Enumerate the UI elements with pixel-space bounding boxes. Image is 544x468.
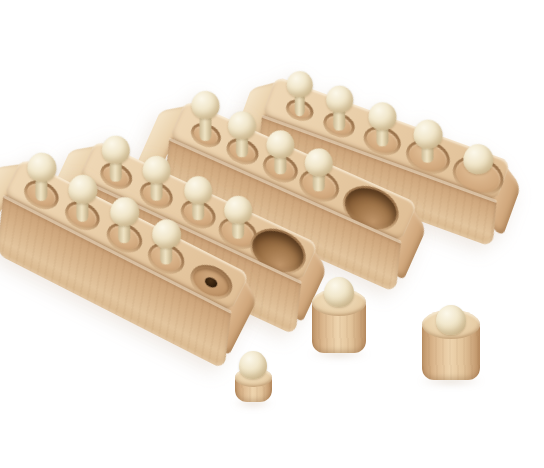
cylinder-knob-ball[interactable] <box>239 351 267 379</box>
cylinder-knob-ball[interactable] <box>68 175 97 204</box>
cylinder-knob-ball[interactable] <box>152 219 181 248</box>
cylinder-knob-ball[interactable] <box>228 111 256 139</box>
cylinder-knob-ball[interactable] <box>27 153 56 182</box>
cylinder-knob-ball[interactable] <box>413 120 442 149</box>
cylinder-knob-ball[interactable] <box>326 86 353 113</box>
cylinder-knob-ball[interactable] <box>324 277 354 307</box>
cylinder-knob-ball[interactable] <box>305 148 333 176</box>
block-4-socket-2 <box>320 108 358 141</box>
loose-cylinder-large[interactable] <box>422 310 480 387</box>
cylinder-knob-ball[interactable] <box>266 130 294 158</box>
cylinder-knob-ball[interactable] <box>191 91 219 119</box>
loose-cylinder-medium[interactable] <box>312 289 366 360</box>
cylinder-knob-ball[interactable] <box>287 71 313 97</box>
cylinder-knob-ball[interactable] <box>368 102 396 130</box>
cylinder-knob-ball[interactable] <box>102 136 130 164</box>
cylinder-knob-ball[interactable] <box>463 144 493 174</box>
cylinder-knob-ball[interactable] <box>224 196 252 224</box>
block-3-socket-1 <box>187 119 224 152</box>
cylinder-knob-ball[interactable] <box>436 305 466 335</box>
block-4-socket-1 <box>283 96 316 124</box>
cylinder-knob-ball[interactable] <box>184 176 212 204</box>
cylinder-knob-ball[interactable] <box>110 197 139 226</box>
loose-cylinder-small[interactable] <box>235 368 272 409</box>
cylinder-knob-ball[interactable] <box>143 156 171 184</box>
product-photo-scene <box>0 0 544 468</box>
